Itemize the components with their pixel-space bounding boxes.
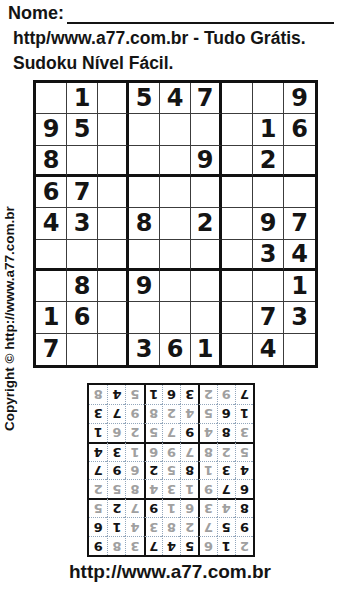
solution-cell-r1c8: 8 — [107, 536, 125, 555]
solution-cell-r3c2: 4 — [217, 498, 235, 517]
solution-cell-r8c4: 4 — [180, 404, 198, 423]
solution-cell-r3c3: 3 — [198, 498, 216, 517]
solution-cell-r2c7: 4 — [125, 517, 143, 536]
cell-r8c6[interactable] — [191, 302, 222, 333]
cell-r4c4[interactable] — [129, 177, 160, 208]
cell-r3c3[interactable] — [98, 146, 129, 177]
solution-cell-r2c1: 9 — [235, 517, 253, 536]
solution-cell-r7c2: 8 — [217, 423, 235, 442]
solution-cell-r9c1: 7 — [235, 385, 253, 404]
solution-cell-r7c8: 6 — [107, 423, 125, 442]
solution-cell-r3c4: 6 — [180, 498, 198, 517]
cell-r5c6[interactable]: 2 — [191, 208, 222, 239]
solution-cell-r5c1: 4 — [235, 461, 253, 480]
cell-r2c5[interactable] — [160, 114, 191, 145]
solution-cell-r4c5: 3 — [162, 479, 180, 498]
cell-r8c9[interactable]: 3 — [284, 302, 315, 333]
cell-r3c9[interactable] — [284, 146, 315, 177]
solution-cell-r9c8: 4 — [107, 385, 125, 404]
cell-r4c2[interactable]: 7 — [67, 177, 98, 208]
solution-cell-r6c7: 1 — [125, 442, 143, 461]
solution-cell-r2c4: 2 — [180, 517, 198, 536]
solution-cell-r2c3: 7 — [198, 517, 216, 536]
cell-r4c7[interactable] — [222, 177, 253, 208]
cell-r7c6[interactable] — [191, 271, 222, 302]
solution-cell-r9c5: 6 — [162, 385, 180, 404]
solution-cell-r5c9: 7 — [89, 461, 107, 480]
cell-r7c2[interactable]: 8 — [67, 271, 98, 302]
solution-cell-r9c9: 8 — [89, 385, 107, 404]
solution-cell-r6c2: 2 — [217, 442, 235, 461]
solution-cell-r9c7: 5 — [125, 385, 143, 404]
solution-cell-r2c8: 1 — [107, 517, 125, 536]
solution-cell-r2c5: 8 — [162, 517, 180, 536]
cell-r6c4[interactable] — [129, 240, 160, 271]
solution-cell-r9c6: 1 — [144, 385, 162, 404]
cell-r3c6[interactable]: 9 — [191, 146, 222, 177]
cell-r9c4[interactable]: 3 — [129, 334, 160, 365]
solution-cell-r5c3: 1 — [198, 461, 216, 480]
cell-r8c8[interactable]: 7 — [253, 302, 284, 333]
cell-r5c5[interactable] — [160, 208, 191, 239]
cell-r6c5[interactable] — [160, 240, 191, 271]
solution-cell-r7c1: 3 — [235, 423, 253, 442]
solution-cell-r5c5: 5 — [162, 461, 180, 480]
solution-cell-r4c7: 8 — [125, 479, 143, 498]
solution-cell-r3c8: 2 — [107, 498, 125, 517]
cell-r5c7[interactable] — [222, 208, 253, 239]
cell-r9c1[interactable]: 7 — [36, 334, 67, 365]
cell-r1c6[interactable]: 7 — [191, 83, 222, 114]
solution-cell-r9c4: 3 — [180, 385, 198, 404]
solution-cell-r1c2: 1 — [217, 536, 235, 555]
solution-cell-r3c9: 5 — [89, 498, 107, 517]
name-row: Nome: — [8, 3, 334, 24]
cell-r3c1[interactable]: 8 — [36, 146, 67, 177]
name-blank-line — [67, 3, 334, 24]
solution-cell-r7c9: 1 — [89, 423, 107, 442]
cell-r4c9[interactable] — [284, 177, 315, 208]
solution-cell-r6c1: 5 — [235, 442, 253, 461]
puzzle-subtitle: Sudoku Nível Fácil. — [13, 53, 173, 74]
site-title: http/www.a77.com.br - Tudo Grátis. — [13, 28, 306, 49]
cell-r4c6[interactable] — [191, 177, 222, 208]
cell-r8c7[interactable] — [222, 302, 253, 333]
cell-r5c1[interactable]: 4 — [36, 208, 67, 239]
solution-cell-r6c3: 8 — [198, 442, 216, 461]
cell-r5c3[interactable] — [98, 208, 129, 239]
cell-r5c2[interactable]: 3 — [67, 208, 98, 239]
solution-cell-r3c1: 8 — [235, 498, 253, 517]
solution-cell-r9c3: 2 — [198, 385, 216, 404]
solution-cell-r2c9: 6 — [89, 517, 107, 536]
cell-r4c5[interactable] — [160, 177, 191, 208]
solution-cell-r3c6: 9 — [144, 498, 162, 517]
solution-cell-r7c6: 5 — [144, 423, 162, 442]
cell-r2c2[interactable]: 5 — [67, 114, 98, 145]
solution-cell-r4c9: 2 — [89, 479, 107, 498]
cell-r2c6[interactable] — [191, 114, 222, 145]
solution-cell-r6c8: 3 — [107, 442, 125, 461]
solution-cell-r1c5: 4 — [162, 536, 180, 555]
cell-r4c3[interactable] — [98, 177, 129, 208]
solution-cell-r6c5: 9 — [162, 442, 180, 461]
cell-r3c4[interactable] — [129, 146, 160, 177]
cell-r2c3[interactable] — [98, 114, 129, 145]
cell-r8c1[interactable]: 1 — [36, 302, 67, 333]
solution-cell-r4c2: 7 — [217, 479, 235, 498]
cell-r1c7[interactable] — [222, 83, 253, 114]
cell-r4c8[interactable] — [253, 177, 284, 208]
cell-r1c3[interactable] — [98, 83, 129, 114]
cell-r6c1[interactable] — [36, 240, 67, 271]
cell-r9c6[interactable]: 1 — [191, 334, 222, 365]
solution-cell-r5c4: 8 — [180, 461, 198, 480]
solution-cell-r6c4: 7 — [180, 442, 198, 461]
cell-r5c8[interactable]: 9 — [253, 208, 284, 239]
cell-r6c8[interactable]: 3 — [253, 240, 284, 271]
solution-cell-r8c5: 2 — [162, 404, 180, 423]
solution-cell-r3c5: 1 — [162, 498, 180, 517]
cell-r7c1[interactable] — [36, 271, 67, 302]
cell-r4c1[interactable]: 6 — [36, 177, 67, 208]
solution-cell-r7c7: 2 — [125, 423, 143, 442]
cell-r9c2[interactable] — [67, 334, 98, 365]
cell-r2c7[interactable] — [222, 114, 253, 145]
cell-r6c6[interactable] — [191, 240, 222, 271]
cell-r2c9[interactable]: 6 — [284, 114, 315, 145]
cell-r7c5[interactable] — [160, 271, 191, 302]
cell-r9c3[interactable] — [98, 334, 129, 365]
solution-cell-r1c7: 3 — [125, 536, 143, 555]
cell-r7c7[interactable] — [222, 271, 253, 302]
footer-url: http://www.a77.com.br — [0, 561, 340, 583]
name-label: Nome: — [8, 3, 64, 24]
cell-r2c1[interactable]: 9 — [36, 114, 67, 145]
cell-r9c9[interactable] — [284, 334, 315, 365]
solution-cell-r2c2: 5 — [217, 517, 235, 536]
solution-cell-r8c3: 5 — [198, 404, 216, 423]
cell-r1c2[interactable]: 1 — [67, 83, 98, 114]
cell-r2c8[interactable]: 1 — [253, 114, 284, 145]
cell-r7c8[interactable] — [253, 271, 284, 302]
solution-cell-r4c8: 5 — [107, 479, 125, 498]
cell-r1c5[interactable]: 4 — [160, 83, 191, 114]
solution-cell-r5c7: 6 — [125, 461, 143, 480]
solution-cell-r1c6: 7 — [144, 536, 162, 555]
solution-cell-r5c2: 3 — [217, 461, 235, 480]
cell-r1c4[interactable]: 5 — [129, 83, 160, 114]
cell-r1c9[interactable]: 9 — [284, 83, 315, 114]
copyright-vertical-text: Copyright © http://www.a77.com.br — [2, 91, 17, 431]
cell-r6c3[interactable] — [98, 240, 129, 271]
cell-r3c7[interactable] — [222, 146, 253, 177]
cell-r9c5[interactable]: 6 — [160, 334, 191, 365]
cell-r6c7[interactable] — [222, 240, 253, 271]
cell-r8c2[interactable]: 6 — [67, 302, 98, 333]
cell-r1c1[interactable] — [36, 83, 67, 114]
solution-cell-r1c9: 9 — [89, 536, 107, 555]
cell-r6c9[interactable]: 4 — [284, 240, 315, 271]
solution-cell-r6c6: 6 — [144, 442, 162, 461]
cell-r3c5[interactable] — [160, 146, 191, 177]
solution-cell-r8c8: 7 — [107, 404, 125, 423]
solution-cell-r7c3: 4 — [198, 423, 216, 442]
solution-cell-r4c4: 1 — [180, 479, 198, 498]
solution-cell-r9c2: 9 — [217, 385, 235, 404]
solution-cell-r6c9: 4 — [89, 442, 107, 461]
cell-r9c7[interactable] — [222, 334, 253, 365]
cell-r7c4[interactable]: 9 — [129, 271, 160, 302]
cell-r7c3[interactable] — [98, 271, 129, 302]
cell-r9c8[interactable]: 4 — [253, 334, 284, 365]
solution-cell-r5c8: 9 — [107, 461, 125, 480]
cell-r5c9[interactable]: 7 — [284, 208, 315, 239]
cell-r7c9[interactable]: 1 — [284, 271, 315, 302]
solution-cell-r7c4: 9 — [180, 423, 198, 442]
solution-cell-r4c1: 6 — [235, 479, 253, 498]
sudoku-grid: 1547995168926743829734891167373614 — [33, 80, 318, 368]
solution-cell-r1c4: 5 — [180, 536, 198, 555]
solution-cell-r3c7: 7 — [125, 498, 143, 517]
solution-cell-r8c7: 9 — [125, 404, 143, 423]
solution-grid-upside-down: 2165473899572834168436197256791348524318… — [87, 383, 255, 557]
cell-r6c2[interactable] — [67, 240, 98, 271]
solution-cell-r1c1: 2 — [235, 536, 253, 555]
solution-cell-r4c6: 4 — [144, 479, 162, 498]
solution-cell-r5c6: 2 — [144, 461, 162, 480]
solution-cell-r4c3: 9 — [198, 479, 216, 498]
cell-r5c4[interactable]: 8 — [129, 208, 160, 239]
solution-cell-r8c2: 6 — [217, 404, 235, 423]
solution-cell-r2c6: 3 — [144, 517, 162, 536]
cell-r2c4[interactable] — [129, 114, 160, 145]
cell-r8c5[interactable] — [160, 302, 191, 333]
solution-cell-r8c6: 8 — [144, 404, 162, 423]
solution-cell-r8c9: 3 — [89, 404, 107, 423]
solution-cell-r7c5: 7 — [162, 423, 180, 442]
cell-r3c8[interactable]: 2 — [253, 146, 284, 177]
cell-r8c3[interactable] — [98, 302, 129, 333]
solution-cell-r1c3: 6 — [198, 536, 216, 555]
solution-cell-r8c1: 1 — [235, 404, 253, 423]
cell-r3c2[interactable] — [67, 146, 98, 177]
cell-r1c8[interactable] — [253, 83, 284, 114]
cell-r8c4[interactable] — [129, 302, 160, 333]
